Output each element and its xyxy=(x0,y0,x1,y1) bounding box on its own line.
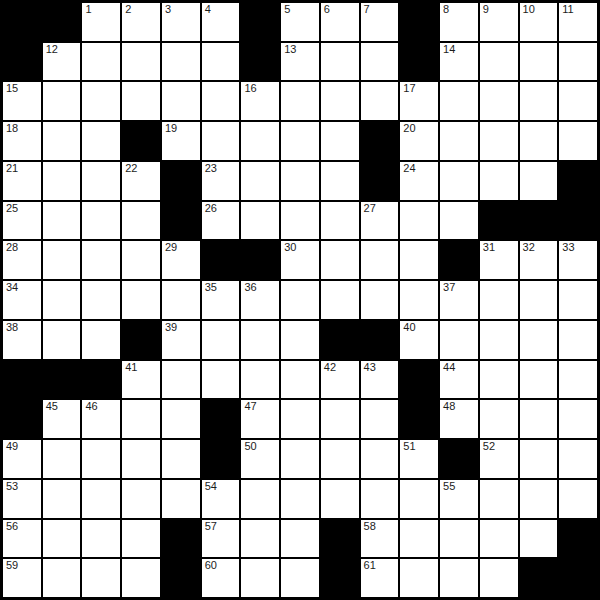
letter-cell-r11c12[interactable]: 52 xyxy=(480,440,518,478)
clue-number: 59 xyxy=(6,559,18,572)
letter-cell-r12c1[interactable] xyxy=(43,480,81,518)
letter-cell-r2c10[interactable]: 17 xyxy=(400,82,438,120)
letter-cell-r11c14[interactable] xyxy=(559,440,597,478)
clue-number: 13 xyxy=(284,43,296,56)
letter-cell-r1c1[interactable]: 12 xyxy=(43,43,81,81)
block-cell-r14c8 xyxy=(321,559,359,597)
letter-cell-r8c5[interactable] xyxy=(202,321,240,359)
letter-cell-r9c6[interactable] xyxy=(241,361,279,399)
letter-cell-r8c0[interactable]: 38 xyxy=(3,321,41,359)
clue-number: 55 xyxy=(443,480,455,493)
clue-number: 20 xyxy=(403,122,415,135)
letter-cell-r3c2[interactable] xyxy=(82,122,120,160)
block-cell-r5c4 xyxy=(162,202,200,240)
letter-cell-r7c13[interactable] xyxy=(520,281,558,319)
letter-cell-r0c2[interactable]: 1 xyxy=(82,3,120,41)
letter-cell-r11c6[interactable]: 50 xyxy=(241,440,279,478)
clue-number: 25 xyxy=(6,202,18,215)
letter-cell-r13c12[interactable] xyxy=(480,520,518,558)
clue-number: 51 xyxy=(403,440,415,453)
block-cell-r6c5 xyxy=(202,241,240,279)
letter-cell-r14c0[interactable]: 59 xyxy=(3,559,41,597)
letter-cell-r7c9[interactable] xyxy=(361,281,399,319)
letter-cell-r9c9[interactable]: 43 xyxy=(361,361,399,399)
block-cell-r11c11 xyxy=(440,440,478,478)
letter-cell-r12c5[interactable]: 54 xyxy=(202,480,240,518)
letter-cell-r8c13[interactable] xyxy=(520,321,558,359)
letter-cell-r14c5[interactable]: 60 xyxy=(202,559,240,597)
clue-number: 23 xyxy=(205,162,217,175)
block-cell-r1c6 xyxy=(241,43,279,81)
letter-cell-r1c4[interactable] xyxy=(162,43,200,81)
letter-cell-r10c6[interactable]: 47 xyxy=(241,400,279,438)
block-cell-r8c3 xyxy=(122,321,160,359)
block-cell-r4c9 xyxy=(361,162,399,200)
block-cell-r8c8 xyxy=(321,321,359,359)
letter-cell-r11c2[interactable] xyxy=(82,440,120,478)
letter-cell-r1c2[interactable] xyxy=(82,43,120,81)
letter-cell-r14c12[interactable] xyxy=(480,559,518,597)
letter-cell-r10c7[interactable] xyxy=(281,400,319,438)
letter-cell-r2c0[interactable]: 15 xyxy=(3,82,41,120)
letter-cell-r2c4[interactable] xyxy=(162,82,200,120)
letter-cell-r10c2[interactable]: 46 xyxy=(82,400,120,438)
clue-number: 44 xyxy=(443,361,455,374)
letter-cell-r1c12[interactable] xyxy=(480,43,518,81)
clue-number: 56 xyxy=(6,520,18,533)
letter-cell-r13c7[interactable] xyxy=(281,520,319,558)
letter-cell-r8c4[interactable]: 39 xyxy=(162,321,200,359)
letter-cell-r12c11[interactable]: 55 xyxy=(440,480,478,518)
letter-cell-r9c14[interactable] xyxy=(559,361,597,399)
letter-cell-r9c13[interactable] xyxy=(520,361,558,399)
clue-number: 32 xyxy=(523,241,535,254)
letter-cell-r14c7[interactable] xyxy=(281,559,319,597)
clue-number: 16 xyxy=(244,82,256,95)
clue-number: 4 xyxy=(205,3,211,16)
letter-cell-r8c14[interactable] xyxy=(559,321,597,359)
clue-number: 11 xyxy=(562,3,573,16)
letter-cell-r1c14[interactable] xyxy=(559,43,597,81)
letter-cell-r2c12[interactable] xyxy=(480,82,518,120)
block-cell-r8c9 xyxy=(361,321,399,359)
clue-number: 21 xyxy=(6,162,18,175)
letter-cell-r10c1[interactable]: 45 xyxy=(43,400,81,438)
letter-cell-r7c1[interactable] xyxy=(43,281,81,319)
letter-cell-r11c1[interactable] xyxy=(43,440,81,478)
clue-number: 18 xyxy=(6,122,18,135)
letter-cell-r6c1[interactable] xyxy=(43,241,81,279)
letter-cell-r0c7[interactable]: 5 xyxy=(281,3,319,41)
block-cell-r5c13 xyxy=(520,202,558,240)
letter-cell-r5c7[interactable] xyxy=(281,202,319,240)
letter-cell-r4c3[interactable]: 22 xyxy=(122,162,160,200)
letter-cell-r5c6[interactable] xyxy=(241,202,279,240)
block-cell-r6c11 xyxy=(440,241,478,279)
letter-cell-r7c0[interactable]: 34 xyxy=(3,281,41,319)
clue-number: 43 xyxy=(364,361,376,374)
letter-cell-r3c8[interactable] xyxy=(321,122,359,160)
letter-cell-r1c9[interactable] xyxy=(361,43,399,81)
letter-cell-r6c2[interactable] xyxy=(82,241,120,279)
clue-number: 1 xyxy=(85,3,91,16)
letter-cell-r8c10[interactable]: 40 xyxy=(400,321,438,359)
block-cell-r1c0 xyxy=(3,43,41,81)
letter-cell-r8c2[interactable] xyxy=(82,321,120,359)
letter-cell-r4c1[interactable] xyxy=(43,162,81,200)
clue-number: 50 xyxy=(244,440,256,453)
letter-cell-r14c6[interactable] xyxy=(241,559,279,597)
letter-cell-r2c9[interactable] xyxy=(361,82,399,120)
clue-number: 24 xyxy=(403,162,415,175)
letter-cell-r12c4[interactable] xyxy=(162,480,200,518)
letter-cell-r7c8[interactable] xyxy=(321,281,359,319)
letter-cell-r3c1[interactable] xyxy=(43,122,81,160)
letter-cell-r6c9[interactable] xyxy=(361,241,399,279)
letter-cell-r3c11[interactable] xyxy=(440,122,478,160)
letter-cell-r11c13[interactable] xyxy=(520,440,558,478)
block-cell-r4c4 xyxy=(162,162,200,200)
block-cell-r0c1 xyxy=(43,3,81,41)
letter-cell-r8c11[interactable] xyxy=(440,321,478,359)
letter-cell-r13c9[interactable]: 58 xyxy=(361,520,399,558)
letter-cell-r14c2[interactable] xyxy=(82,559,120,597)
clue-number: 54 xyxy=(205,480,217,493)
clue-number: 45 xyxy=(46,400,58,413)
letter-cell-r11c3[interactable] xyxy=(122,440,160,478)
clue-number: 19 xyxy=(165,122,177,135)
letter-cell-r10c12[interactable] xyxy=(480,400,518,438)
letter-cell-r12c14[interactable] xyxy=(559,480,597,518)
letter-cell-r2c7[interactable] xyxy=(281,82,319,120)
clue-number: 53 xyxy=(6,480,18,493)
letter-cell-r1c5[interactable] xyxy=(202,43,240,81)
letter-cell-r14c9[interactable]: 61 xyxy=(361,559,399,597)
letter-cell-r13c10[interactable] xyxy=(400,520,438,558)
clue-number: 58 xyxy=(364,520,376,533)
letter-cell-r1c7[interactable]: 13 xyxy=(281,43,319,81)
letter-cell-r11c0[interactable]: 49 xyxy=(3,440,41,478)
clue-number: 38 xyxy=(6,321,18,334)
letter-cell-r6c12[interactable]: 31 xyxy=(480,241,518,279)
clue-number: 46 xyxy=(85,400,97,413)
letter-cell-r13c1[interactable] xyxy=(43,520,81,558)
block-cell-r13c14 xyxy=(559,520,597,558)
clue-number: 8 xyxy=(443,3,449,16)
letter-cell-r4c10[interactable]: 24 xyxy=(400,162,438,200)
letter-cell-r9c4[interactable] xyxy=(162,361,200,399)
letter-cell-r4c12[interactable] xyxy=(480,162,518,200)
clue-number: 27 xyxy=(364,202,376,215)
block-cell-r14c4 xyxy=(162,559,200,597)
letter-cell-r13c5[interactable]: 57 xyxy=(202,520,240,558)
clue-number: 14 xyxy=(443,43,455,56)
letter-cell-r4c5[interactable]: 23 xyxy=(202,162,240,200)
letter-cell-r0c5[interactable]: 4 xyxy=(202,3,240,41)
letter-cell-r1c13[interactable] xyxy=(520,43,558,81)
clue-number: 31 xyxy=(483,241,495,254)
block-cell-r6c6 xyxy=(241,241,279,279)
letter-cell-r8c12[interactable] xyxy=(480,321,518,359)
block-cell-r14c14 xyxy=(559,559,597,597)
letter-cell-r14c3[interactable] xyxy=(122,559,160,597)
letter-cell-r4c2[interactable] xyxy=(82,162,120,200)
letter-cell-r14c10[interactable] xyxy=(400,559,438,597)
letter-cell-r2c3[interactable] xyxy=(122,82,160,120)
letter-cell-r12c3[interactable] xyxy=(122,480,160,518)
letter-cell-r13c3[interactable] xyxy=(122,520,160,558)
letter-cell-r6c10[interactable] xyxy=(400,241,438,279)
clue-number: 48 xyxy=(443,400,455,413)
block-cell-r0c10 xyxy=(400,3,438,41)
letter-cell-r6c13[interactable]: 32 xyxy=(520,241,558,279)
letter-cell-r8c6[interactable] xyxy=(241,321,279,359)
clue-number: 57 xyxy=(205,520,217,533)
letter-cell-r3c13[interactable] xyxy=(520,122,558,160)
letter-cell-r0c4[interactable]: 3 xyxy=(162,3,200,41)
letter-cell-r9c5[interactable] xyxy=(202,361,240,399)
letter-cell-r12c6[interactable] xyxy=(241,480,279,518)
block-cell-r13c8 xyxy=(321,520,359,558)
clue-number: 6 xyxy=(324,3,330,16)
letter-cell-r11c7[interactable] xyxy=(281,440,319,478)
letter-cell-r0c8[interactable]: 6 xyxy=(321,3,359,41)
clue-number: 17 xyxy=(403,82,415,95)
block-cell-r1c10 xyxy=(400,43,438,81)
crossword-board: 1234567891011121314151617181920212223242… xyxy=(0,0,600,600)
clue-number: 39 xyxy=(165,321,177,334)
clue-number: 52 xyxy=(483,440,495,453)
letter-cell-r13c0[interactable]: 56 xyxy=(3,520,41,558)
letter-cell-r4c13[interactable] xyxy=(520,162,558,200)
letter-cell-r5c10[interactable] xyxy=(400,202,438,240)
letter-cell-r4c0[interactable]: 21 xyxy=(3,162,41,200)
letter-cell-r5c11[interactable] xyxy=(440,202,478,240)
letter-cell-r11c9[interactable] xyxy=(361,440,399,478)
letter-cell-r2c2[interactable] xyxy=(82,82,120,120)
clue-number: 47 xyxy=(244,400,256,413)
letter-cell-r2c6[interactable]: 16 xyxy=(241,82,279,120)
letter-cell-r5c8[interactable] xyxy=(321,202,359,240)
block-cell-r9c10 xyxy=(400,361,438,399)
letter-cell-r7c6[interactable]: 36 xyxy=(241,281,279,319)
letter-cell-r10c8[interactable] xyxy=(321,400,359,438)
letter-cell-r14c11[interactable] xyxy=(440,559,478,597)
letter-cell-r7c5[interactable]: 35 xyxy=(202,281,240,319)
block-cell-r10c0 xyxy=(3,400,41,438)
letter-cell-r5c9[interactable]: 27 xyxy=(361,202,399,240)
letter-cell-r12c2[interactable] xyxy=(82,480,120,518)
block-cell-r4c14 xyxy=(559,162,597,200)
clue-number: 40 xyxy=(403,321,415,334)
letter-cell-r0c14[interactable]: 11 xyxy=(559,3,597,41)
letter-cell-r7c12[interactable] xyxy=(480,281,518,319)
letter-cell-r7c11[interactable]: 37 xyxy=(440,281,478,319)
letter-cell-r14c1[interactable] xyxy=(43,559,81,597)
letter-cell-r9c11[interactable]: 44 xyxy=(440,361,478,399)
block-cell-r3c3 xyxy=(122,122,160,160)
clue-number: 7 xyxy=(364,3,370,16)
letter-cell-r1c3[interactable] xyxy=(122,43,160,81)
letter-cell-r6c0[interactable]: 28 xyxy=(3,241,41,279)
letter-cell-r13c11[interactable] xyxy=(440,520,478,558)
letter-cell-r7c7[interactable] xyxy=(281,281,319,319)
clue-number: 30 xyxy=(284,241,296,254)
clue-number: 28 xyxy=(6,241,18,254)
letter-cell-r13c13[interactable] xyxy=(520,520,558,558)
letter-cell-r11c4[interactable] xyxy=(162,440,200,478)
clue-number: 60 xyxy=(205,559,217,572)
block-cell-r5c12 xyxy=(480,202,518,240)
letter-cell-r1c8[interactable] xyxy=(321,43,359,81)
letter-cell-r12c12[interactable] xyxy=(480,480,518,518)
letter-cell-r13c6[interactable] xyxy=(241,520,279,558)
clue-number: 2 xyxy=(125,3,131,16)
clue-number: 5 xyxy=(284,3,290,16)
letter-cell-r2c8[interactable] xyxy=(321,82,359,120)
letter-cell-r6c14[interactable]: 33 xyxy=(559,241,597,279)
letter-cell-r9c8[interactable]: 42 xyxy=(321,361,359,399)
letter-cell-r7c10[interactable] xyxy=(400,281,438,319)
letter-cell-r10c3[interactable] xyxy=(122,400,160,438)
letter-cell-r12c7[interactable] xyxy=(281,480,319,518)
letter-cell-r9c7[interactable] xyxy=(281,361,319,399)
letter-cell-r0c13[interactable]: 10 xyxy=(520,3,558,41)
clue-number: 15 xyxy=(6,82,18,95)
clue-number: 37 xyxy=(443,281,455,294)
letter-cell-r10c11[interactable]: 48 xyxy=(440,400,478,438)
letter-cell-r7c3[interactable] xyxy=(122,281,160,319)
clue-number: 36 xyxy=(244,281,256,294)
letter-cell-r3c7[interactable] xyxy=(281,122,319,160)
block-cell-r10c5 xyxy=(202,400,240,438)
letter-cell-r10c13[interactable] xyxy=(520,400,558,438)
letter-cell-r9c12[interactable] xyxy=(480,361,518,399)
letter-cell-r4c8[interactable] xyxy=(321,162,359,200)
letter-cell-r1c11[interactable]: 14 xyxy=(440,43,478,81)
letter-cell-r12c13[interactable] xyxy=(520,480,558,518)
letter-cell-r5c5[interactable]: 26 xyxy=(202,202,240,240)
letter-cell-r10c9[interactable] xyxy=(361,400,399,438)
letter-cell-r6c8[interactable] xyxy=(321,241,359,279)
letter-cell-r2c5[interactable] xyxy=(202,82,240,120)
clue-number: 61 xyxy=(364,559,376,572)
letter-cell-r7c14[interactable] xyxy=(559,281,597,319)
letter-cell-r2c1[interactable] xyxy=(43,82,81,120)
letter-cell-r5c3[interactable] xyxy=(122,202,160,240)
block-cell-r14c13 xyxy=(520,559,558,597)
letter-cell-r7c4[interactable] xyxy=(162,281,200,319)
letter-cell-r3c14[interactable] xyxy=(559,122,597,160)
block-cell-r9c0 xyxy=(3,361,41,399)
clue-number: 12 xyxy=(46,43,58,56)
clue-number: 26 xyxy=(205,202,217,215)
letter-cell-r0c9[interactable]: 7 xyxy=(361,3,399,41)
block-cell-r13c4 xyxy=(162,520,200,558)
letter-cell-r4c11[interactable] xyxy=(440,162,478,200)
letter-cell-r3c12[interactable] xyxy=(480,122,518,160)
letter-cell-r3c6[interactable] xyxy=(241,122,279,160)
letter-cell-r3c5[interactable] xyxy=(202,122,240,160)
block-cell-r11c5 xyxy=(202,440,240,478)
letter-cell-r6c4[interactable]: 29 xyxy=(162,241,200,279)
letter-cell-r2c13[interactable] xyxy=(520,82,558,120)
letter-cell-r5c0[interactable]: 25 xyxy=(3,202,41,240)
letter-cell-r3c10[interactable]: 20 xyxy=(400,122,438,160)
letter-cell-r5c2[interactable] xyxy=(82,202,120,240)
clue-number: 3 xyxy=(165,3,171,16)
block-cell-r10c10 xyxy=(400,400,438,438)
letter-cell-r10c4[interactable] xyxy=(162,400,200,438)
letter-cell-r12c0[interactable]: 53 xyxy=(3,480,41,518)
block-cell-r9c1 xyxy=(43,361,81,399)
block-cell-r9c2 xyxy=(82,361,120,399)
letter-cell-r8c1[interactable] xyxy=(43,321,81,359)
letter-cell-r5c1[interactable] xyxy=(43,202,81,240)
clue-number: 34 xyxy=(6,281,18,294)
clue-number: 33 xyxy=(562,241,574,254)
letter-cell-r3c4[interactable]: 19 xyxy=(162,122,200,160)
letter-cell-r0c12[interactable]: 9 xyxy=(480,3,518,41)
clue-number: 49 xyxy=(6,440,18,453)
letter-cell-r2c11[interactable] xyxy=(440,82,478,120)
block-cell-r5c14 xyxy=(559,202,597,240)
letter-cell-r0c11[interactable]: 8 xyxy=(440,3,478,41)
letter-cell-r0c3[interactable]: 2 xyxy=(122,3,160,41)
letter-cell-r9c3[interactable]: 41 xyxy=(122,361,160,399)
letter-cell-r8c7[interactable] xyxy=(281,321,319,359)
clue-number: 41 xyxy=(125,361,137,374)
letter-cell-r6c3[interactable] xyxy=(122,241,160,279)
clue-number: 29 xyxy=(165,241,177,254)
letter-cell-r12c10[interactable] xyxy=(400,480,438,518)
letter-cell-r11c10[interactable]: 51 xyxy=(400,440,438,478)
block-cell-r0c6 xyxy=(241,3,279,41)
letter-cell-r6c7[interactable]: 30 xyxy=(281,241,319,279)
letter-cell-r2c14[interactable] xyxy=(559,82,597,120)
clue-number: 22 xyxy=(125,162,137,175)
letter-cell-r12c9[interactable] xyxy=(361,480,399,518)
clue-number: 35 xyxy=(205,281,217,294)
letter-cell-r10c14[interactable] xyxy=(559,400,597,438)
clue-number: 42 xyxy=(324,361,336,374)
letter-cell-r11c8[interactable] xyxy=(321,440,359,478)
block-cell-r0c0 xyxy=(3,3,41,41)
letter-cell-r7c2[interactable] xyxy=(82,281,120,319)
letter-cell-r3c0[interactable]: 18 xyxy=(3,122,41,160)
letter-cell-r4c7[interactable] xyxy=(281,162,319,200)
letter-cell-r12c8[interactable] xyxy=(321,480,359,518)
clue-number: 10 xyxy=(523,3,535,16)
clue-number: 9 xyxy=(483,3,489,16)
block-cell-r3c9 xyxy=(361,122,399,160)
letter-cell-r4c6[interactable] xyxy=(241,162,279,200)
letter-cell-r13c2[interactable] xyxy=(82,520,120,558)
